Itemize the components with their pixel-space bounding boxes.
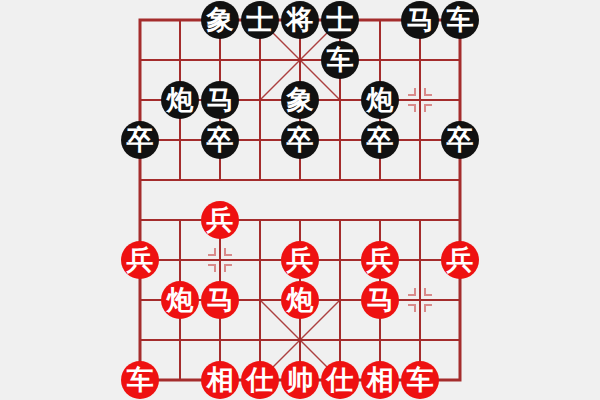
- intersection[interactable]: 马: [200, 280, 240, 320]
- intersection[interactable]: 士: [240, 0, 280, 40]
- intersection[interactable]: 兵: [120, 240, 160, 280]
- intersection[interactable]: 帅: [280, 360, 320, 400]
- intersection[interactable]: [160, 40, 200, 80]
- intersection[interactable]: 卒: [360, 120, 400, 160]
- intersection[interactable]: [440, 40, 480, 80]
- intersection[interactable]: 相: [200, 360, 240, 400]
- intersection[interactable]: [320, 280, 360, 320]
- intersection[interactable]: [120, 80, 160, 120]
- intersection[interactable]: 兵: [440, 240, 480, 280]
- intersection[interactable]: [240, 120, 280, 160]
- intersection[interactable]: 兵: [200, 200, 240, 240]
- black-chariot[interactable]: 车: [441, 1, 479, 39]
- intersection[interactable]: [120, 200, 160, 240]
- intersection[interactable]: [280, 40, 320, 80]
- intersection[interactable]: [280, 160, 320, 200]
- intersection[interactable]: [280, 200, 320, 240]
- intersection[interactable]: [400, 160, 440, 200]
- red-general[interactable]: 帅: [281, 361, 319, 399]
- intersection[interactable]: [200, 320, 240, 360]
- intersection[interactable]: 象: [280, 80, 320, 120]
- black-soldier[interactable]: 卒: [361, 121, 399, 159]
- point-marker: [208, 248, 232, 272]
- intersection[interactable]: [440, 80, 480, 120]
- black-chariot[interactable]: 车: [321, 41, 359, 79]
- intersection[interactable]: [360, 160, 400, 200]
- intersection[interactable]: [240, 280, 280, 320]
- red-advisor[interactable]: 仕: [321, 361, 359, 399]
- intersection[interactable]: [400, 320, 440, 360]
- intersection[interactable]: [320, 200, 360, 240]
- intersection[interactable]: [120, 160, 160, 200]
- black-soldier[interactable]: 卒: [201, 121, 239, 159]
- intersection[interactable]: 卒: [200, 120, 240, 160]
- intersection[interactable]: [240, 200, 280, 240]
- intersection[interactable]: [400, 200, 440, 240]
- black-horse[interactable]: 马: [401, 1, 439, 39]
- intersection[interactable]: [160, 360, 200, 400]
- black-soldier[interactable]: 卒: [121, 121, 159, 159]
- red-chariot[interactable]: 车: [121, 361, 159, 399]
- intersection[interactable]: [160, 0, 200, 40]
- intersection[interactable]: [280, 320, 320, 360]
- red-advisor[interactable]: 仕: [241, 361, 279, 399]
- black-cannon[interactable]: 炮: [161, 81, 199, 119]
- intersection[interactable]: [400, 40, 440, 80]
- red-elephant[interactable]: 相: [361, 361, 399, 399]
- intersection[interactable]: 车: [320, 40, 360, 80]
- intersection[interactable]: [360, 200, 400, 240]
- black-advisor[interactable]: 士: [321, 1, 359, 39]
- black-elephant[interactable]: 象: [281, 81, 319, 119]
- black-cannon[interactable]: 炮: [361, 81, 399, 119]
- intersection[interactable]: [400, 240, 440, 280]
- intersection[interactable]: 炮: [160, 80, 200, 120]
- intersection[interactable]: [240, 240, 280, 280]
- intersection[interactable]: [240, 80, 280, 120]
- intersection[interactable]: [440, 320, 480, 360]
- intersection[interactable]: [360, 320, 400, 360]
- intersection[interactable]: [160, 240, 200, 280]
- intersection[interactable]: 兵: [360, 240, 400, 280]
- red-soldier[interactable]: 兵: [361, 241, 399, 279]
- intersection[interactable]: [120, 40, 160, 80]
- intersection[interactable]: [320, 160, 360, 200]
- black-soldier[interactable]: 卒: [281, 121, 319, 159]
- red-horse[interactable]: 马: [361, 281, 399, 319]
- black-soldier[interactable]: 卒: [441, 121, 479, 159]
- red-soldier[interactable]: 兵: [201, 201, 239, 239]
- point-marker: [408, 288, 432, 312]
- intersection[interactable]: 卒: [440, 120, 480, 160]
- intersection[interactable]: [320, 80, 360, 120]
- black-general[interactable]: 将: [281, 1, 319, 39]
- red-soldier[interactable]: 兵: [121, 241, 159, 279]
- intersection[interactable]: [400, 80, 440, 120]
- intersection[interactable]: 炮: [280, 280, 320, 320]
- intersection[interactable]: 车: [120, 360, 160, 400]
- black-horse[interactable]: 马: [201, 81, 239, 119]
- intersection[interactable]: 马: [360, 280, 400, 320]
- intersection[interactable]: [160, 120, 200, 160]
- intersection[interactable]: [360, 0, 400, 40]
- intersection[interactable]: [160, 160, 200, 200]
- red-cannon[interactable]: 炮: [281, 281, 319, 319]
- intersection[interactable]: [320, 120, 360, 160]
- intersection[interactable]: 炮: [360, 80, 400, 120]
- intersection[interactable]: [160, 320, 200, 360]
- red-elephant[interactable]: 相: [201, 361, 239, 399]
- intersection[interactable]: 卒: [120, 120, 160, 160]
- intersection[interactable]: [200, 40, 240, 80]
- intersection[interactable]: [120, 320, 160, 360]
- xiangqi-app: 象士将士马车车炮马象炮卒卒卒卒卒兵兵兵兵兵炮马炮马车相仕帅仕相车: [0, 0, 600, 400]
- intersection[interactable]: 仕: [240, 360, 280, 400]
- intersection[interactable]: [400, 120, 440, 160]
- red-chariot[interactable]: 车: [401, 361, 439, 399]
- intersection[interactable]: 相: [360, 360, 400, 400]
- intersection[interactable]: 象: [200, 0, 240, 40]
- intersection[interactable]: [440, 200, 480, 240]
- intersection[interactable]: [240, 40, 280, 80]
- intersection[interactable]: 马: [200, 80, 240, 120]
- intersection[interactable]: [240, 160, 280, 200]
- intersection[interactable]: [320, 320, 360, 360]
- intersection[interactable]: [440, 360, 480, 400]
- intersection[interactable]: [440, 160, 480, 200]
- black-advisor[interactable]: 士: [241, 1, 279, 39]
- intersection[interactable]: 马: [400, 0, 440, 40]
- intersection[interactable]: [360, 40, 400, 80]
- point-marker: [408, 88, 432, 112]
- xiangqi-board: 象士将士马车车炮马象炮卒卒卒卒卒兵兵兵兵兵炮马炮马车相仕帅仕相车: [120, 0, 480, 400]
- intersection[interactable]: 将: [280, 0, 320, 40]
- intersection[interactable]: [120, 280, 160, 320]
- intersection[interactable]: [440, 280, 480, 320]
- red-soldier[interactable]: 兵: [441, 241, 479, 279]
- red-soldier[interactable]: 兵: [281, 241, 319, 279]
- intersection[interactable]: [160, 200, 200, 240]
- intersection[interactable]: 车: [400, 360, 440, 400]
- intersection[interactable]: [200, 240, 240, 280]
- intersection[interactable]: [320, 240, 360, 280]
- intersection[interactable]: 卒: [280, 120, 320, 160]
- intersection[interactable]: 士: [320, 0, 360, 40]
- intersection[interactable]: 车: [440, 0, 480, 40]
- red-horse[interactable]: 马: [201, 281, 239, 319]
- intersection[interactable]: [200, 160, 240, 200]
- intersection[interactable]: 仕: [320, 360, 360, 400]
- intersection[interactable]: 兵: [280, 240, 320, 280]
- intersection[interactable]: [400, 280, 440, 320]
- intersection[interactable]: [240, 320, 280, 360]
- red-cannon[interactable]: 炮: [161, 281, 199, 319]
- black-elephant[interactable]: 象: [201, 1, 239, 39]
- intersection[interactable]: 炮: [160, 280, 200, 320]
- intersection[interactable]: [120, 0, 160, 40]
